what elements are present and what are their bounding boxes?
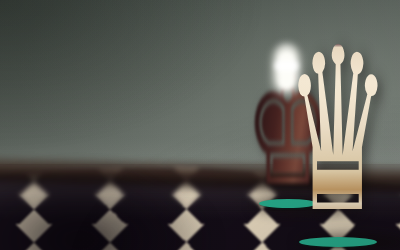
white-queen-piece[interactable]: ♛ bbox=[285, 18, 390, 244]
board-square[interactable] bbox=[148, 224, 224, 250]
board-square[interactable] bbox=[72, 224, 148, 250]
board-square[interactable] bbox=[0, 224, 72, 250]
chess-photo-scene: ♚ ♛ bbox=[0, 0, 400, 250]
